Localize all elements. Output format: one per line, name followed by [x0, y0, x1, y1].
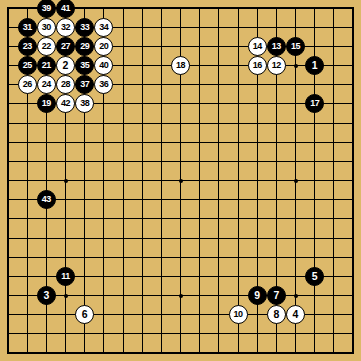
- stone-2[interactable]: 2: [56, 56, 75, 75]
- stone-3[interactable]: 3: [37, 286, 56, 305]
- grid-line-horizontal: [8, 238, 353, 239]
- grid-line-horizontal: [8, 218, 353, 219]
- stone-12[interactable]: 12: [267, 56, 286, 75]
- move-number: 10: [233, 310, 242, 319]
- stone-27[interactable]: 27: [56, 37, 75, 56]
- move-number: 16: [253, 61, 262, 70]
- move-number: 11: [61, 272, 70, 281]
- grid-line-vertical: [238, 8, 239, 353]
- move-number: 3: [43, 290, 49, 301]
- stone-26[interactable]: 26: [18, 75, 37, 94]
- move-number: 19: [42, 99, 51, 108]
- star-point: [294, 179, 298, 183]
- stone-8[interactable]: 8: [267, 305, 286, 324]
- move-number: 26: [23, 80, 32, 89]
- stone-18[interactable]: 18: [171, 56, 190, 75]
- stone-23[interactable]: 23: [18, 37, 37, 56]
- stone-14[interactable]: 14: [248, 37, 267, 56]
- move-number: 20: [99, 42, 108, 51]
- grid-line-vertical: [218, 8, 219, 353]
- grid-line-horizontal: [8, 257, 353, 258]
- stone-32[interactable]: 32: [56, 18, 75, 37]
- stone-29[interactable]: 29: [75, 37, 94, 56]
- stone-13[interactable]: 13: [267, 37, 286, 56]
- move-number: 5: [312, 271, 318, 282]
- stone-7[interactable]: 7: [267, 286, 286, 305]
- stone-43[interactable]: 43: [37, 190, 56, 209]
- stone-31[interactable]: 31: [18, 18, 37, 37]
- grid-line-horizontal: [8, 199, 353, 200]
- move-number: 7: [273, 290, 279, 301]
- move-number: 37: [80, 80, 89, 89]
- move-number: 33: [80, 23, 89, 32]
- grid-line-vertical: [199, 8, 200, 353]
- move-number: 14: [253, 42, 262, 51]
- move-number: 9: [254, 290, 260, 301]
- stone-11[interactable]: 11: [56, 267, 75, 286]
- move-number: 29: [80, 42, 89, 51]
- stone-30[interactable]: 30: [37, 18, 56, 37]
- move-number: 40: [99, 61, 108, 70]
- move-number: 18: [176, 61, 185, 70]
- stone-22[interactable]: 22: [37, 37, 56, 56]
- stone-33[interactable]: 33: [75, 18, 94, 37]
- move-number: 8: [273, 309, 279, 320]
- star-point: [179, 294, 183, 298]
- star-point: [64, 179, 68, 183]
- move-number: 1: [312, 60, 318, 71]
- star-point: [294, 294, 298, 298]
- star-point: [179, 179, 183, 183]
- move-number: 38: [80, 99, 89, 108]
- move-number: 15: [291, 42, 300, 51]
- grid-line-vertical: [333, 8, 334, 353]
- stone-21[interactable]: 21: [37, 56, 56, 75]
- move-number: 27: [61, 42, 70, 51]
- grid-line-horizontal: [8, 333, 353, 334]
- stone-10[interactable]: 10: [229, 305, 248, 324]
- move-number: 34: [99, 23, 108, 32]
- move-number: 22: [42, 42, 51, 51]
- move-number: 21: [42, 61, 51, 70]
- stone-34[interactable]: 34: [94, 18, 113, 37]
- stone-25[interactable]: 25: [18, 56, 37, 75]
- move-number: 12: [272, 61, 281, 70]
- stone-16[interactable]: 16: [248, 56, 267, 75]
- move-number: 23: [23, 42, 32, 51]
- move-number: 39: [42, 4, 51, 13]
- move-number: 2: [63, 60, 69, 71]
- star-point: [294, 64, 298, 68]
- go-board[interactable]: 1234567891011121314151617181920212223242…: [0, 0, 361, 361]
- move-number: 4: [293, 309, 299, 320]
- stone-41[interactable]: 41: [56, 0, 75, 18]
- stone-9[interactable]: 9: [248, 286, 267, 305]
- move-number: 28: [61, 80, 70, 89]
- stone-5[interactable]: 5: [305, 267, 324, 286]
- move-number: 32: [61, 23, 70, 32]
- move-number: 35: [80, 61, 89, 70]
- move-number: 30: [42, 23, 51, 32]
- star-point: [64, 294, 68, 298]
- move-number: 42: [61, 99, 70, 108]
- stone-39[interactable]: 39: [37, 0, 56, 18]
- move-number: 25: [23, 61, 32, 70]
- move-number: 31: [23, 23, 32, 32]
- go-board-diagram: 1234567891011121314151617181920212223242…: [0, 0, 361, 361]
- move-number: 36: [99, 80, 108, 89]
- move-number: 13: [272, 42, 281, 51]
- move-number: 17: [310, 99, 319, 108]
- move-number: 6: [82, 309, 88, 320]
- stone-15[interactable]: 15: [286, 37, 305, 56]
- move-number: 43: [42, 195, 51, 204]
- move-number: 24: [42, 80, 51, 89]
- move-number: 41: [61, 4, 70, 13]
- stone-24[interactable]: 24: [37, 75, 56, 94]
